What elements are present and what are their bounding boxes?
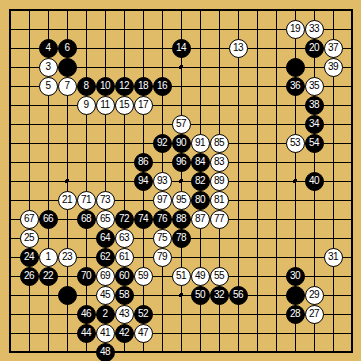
stone-white-27: 27 xyxy=(305,305,324,324)
stone-black-54: 54 xyxy=(305,134,324,153)
stone-white-87: 87 xyxy=(191,210,210,229)
stone-black-2: 2 xyxy=(96,305,115,324)
stone-black-42: 42 xyxy=(115,324,134,343)
stone-white-57: 57 xyxy=(172,115,191,134)
stone-white-25: 25 xyxy=(20,229,39,248)
stone-black-14: 14 xyxy=(172,39,191,58)
stone-white-75: 75 xyxy=(153,229,172,248)
handicap-stone-black xyxy=(58,286,77,305)
stone-black-34: 34 xyxy=(305,115,324,134)
stone-black-50: 50 xyxy=(191,286,210,305)
star-point xyxy=(179,65,183,69)
stone-black-96: 96 xyxy=(172,153,191,172)
stone-black-56: 56 xyxy=(229,286,248,305)
stone-black-76: 76 xyxy=(153,210,172,229)
stone-black-26: 26 xyxy=(20,267,39,286)
stone-black-32: 32 xyxy=(210,286,229,305)
stone-white-89: 89 xyxy=(210,172,229,191)
stone-black-40: 40 xyxy=(305,172,324,191)
stone-black-84: 84 xyxy=(191,153,210,172)
stone-black-24: 24 xyxy=(20,248,39,267)
stone-white-13: 13 xyxy=(229,39,248,58)
stone-white-65: 65 xyxy=(96,210,115,229)
stone-white-97: 97 xyxy=(153,191,172,210)
stone-white-77: 77 xyxy=(210,210,229,229)
stone-black-82: 82 xyxy=(191,172,210,191)
stone-white-71: 71 xyxy=(77,191,96,210)
stone-black-52: 52 xyxy=(134,305,153,324)
stone-white-53: 53 xyxy=(286,134,305,153)
stone-white-61: 61 xyxy=(115,248,134,267)
stone-black-12: 12 xyxy=(115,77,134,96)
handicap-stone-black xyxy=(286,286,305,305)
stone-white-21: 21 xyxy=(58,191,77,210)
stone-white-69: 69 xyxy=(96,267,115,286)
stone-white-63: 63 xyxy=(115,229,134,248)
stone-white-3: 3 xyxy=(39,58,58,77)
stone-white-59: 59 xyxy=(134,267,153,286)
stone-black-16: 16 xyxy=(153,77,172,96)
stone-white-43: 43 xyxy=(115,305,134,324)
stone-black-48: 48 xyxy=(96,343,115,361)
stone-black-22: 22 xyxy=(39,267,58,286)
stone-white-9: 9 xyxy=(77,96,96,115)
stone-white-85: 85 xyxy=(210,134,229,153)
stone-white-55: 55 xyxy=(210,267,229,286)
stone-black-30: 30 xyxy=(286,267,305,286)
stone-black-18: 18 xyxy=(134,77,153,96)
stone-black-72: 72 xyxy=(115,210,134,229)
handicap-stone-black xyxy=(58,58,77,77)
stone-white-49: 49 xyxy=(191,267,210,286)
stone-white-83: 83 xyxy=(210,153,229,172)
stone-black-28: 28 xyxy=(286,305,305,324)
stone-white-19: 19 xyxy=(286,20,305,39)
stone-white-35: 35 xyxy=(305,77,324,96)
stone-black-10: 10 xyxy=(96,77,115,96)
stone-black-20: 20 xyxy=(305,39,324,58)
stone-black-4: 4 xyxy=(39,39,58,58)
stone-black-46: 46 xyxy=(77,305,96,324)
stone-white-95: 95 xyxy=(172,191,191,210)
stone-white-7: 7 xyxy=(58,77,77,96)
star-point xyxy=(293,179,297,183)
stone-white-81: 81 xyxy=(210,191,229,210)
stone-black-78: 78 xyxy=(172,229,191,248)
stone-black-68: 68 xyxy=(77,210,96,229)
stone-white-73: 73 xyxy=(96,191,115,210)
stone-white-47: 47 xyxy=(134,324,153,343)
stone-white-45: 45 xyxy=(96,286,115,305)
stone-white-15: 15 xyxy=(115,96,134,115)
stone-black-80: 80 xyxy=(191,191,210,210)
stone-black-86: 86 xyxy=(134,153,153,172)
stone-white-67: 67 xyxy=(20,210,39,229)
stone-white-11: 11 xyxy=(96,96,115,115)
stone-white-29: 29 xyxy=(305,286,324,305)
stone-black-44: 44 xyxy=(77,324,96,343)
stone-black-70: 70 xyxy=(77,267,96,286)
stone-white-39: 39 xyxy=(324,58,343,77)
stone-white-17: 17 xyxy=(134,96,153,115)
stone-black-90: 90 xyxy=(172,134,191,153)
stone-black-64: 64 xyxy=(96,229,115,248)
star-point xyxy=(179,293,183,297)
stone-black-6: 6 xyxy=(58,39,77,58)
stone-white-33: 33 xyxy=(305,20,324,39)
stone-white-23: 23 xyxy=(58,248,77,267)
stone-white-5: 5 xyxy=(39,77,58,96)
stone-black-92: 92 xyxy=(153,134,172,153)
stone-black-38: 38 xyxy=(305,96,324,115)
stone-black-88: 88 xyxy=(172,210,191,229)
stone-black-94: 94 xyxy=(134,172,153,191)
stone-white-79: 79 xyxy=(153,248,172,267)
stone-black-58: 58 xyxy=(115,286,134,305)
handicap-stone-black xyxy=(286,58,305,77)
stone-white-31: 31 xyxy=(324,248,343,267)
stone-black-8: 8 xyxy=(77,77,96,96)
stone-white-93: 93 xyxy=(153,172,172,191)
stone-white-1: 1 xyxy=(39,248,58,267)
stone-white-41: 41 xyxy=(96,324,115,343)
stone-black-74: 74 xyxy=(134,210,153,229)
stone-black-66: 66 xyxy=(39,210,58,229)
stone-black-62: 62 xyxy=(96,248,115,267)
stone-white-91: 91 xyxy=(191,134,210,153)
stone-black-36: 36 xyxy=(286,77,305,96)
stone-white-37: 37 xyxy=(324,39,343,58)
stone-white-51: 51 xyxy=(172,267,191,286)
star-point xyxy=(65,179,69,183)
go-board: 1234567891011121314151617181920212223242… xyxy=(0,0,361,361)
star-point xyxy=(179,179,183,183)
stone-black-60: 60 xyxy=(115,267,134,286)
